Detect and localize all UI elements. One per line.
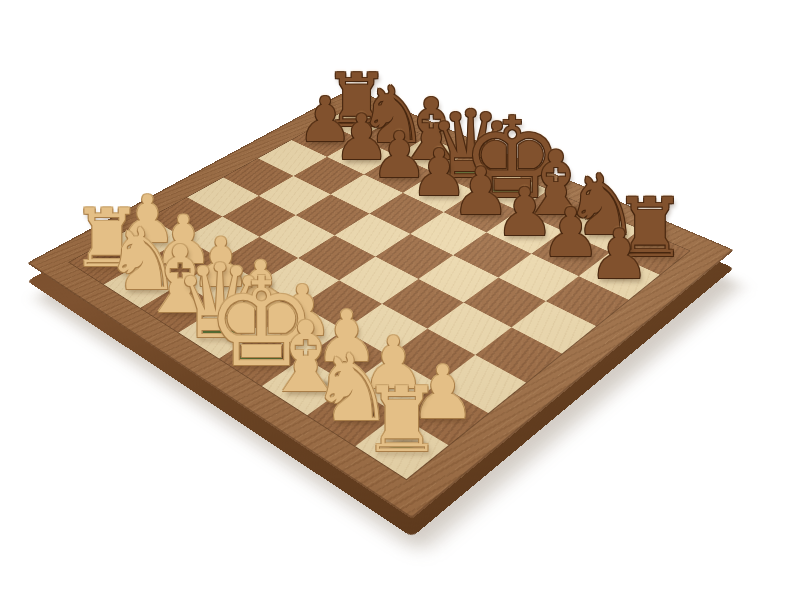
black-pawn-icon: ♟ bbox=[588, 221, 649, 289]
pieces-layer: ♜♞♝♛♚♝♞♜♟♟♟♟♟♟♟♟♟♟♟♟♟♟♟♟♜♞♝♛♚♝♞♜ bbox=[0, 0, 800, 600]
scene: ♜♞♝♛♚♝♞♜♟♟♟♟♟♟♟♟♟♟♟♟♟♟♟♟♜♞♝♛♚♝♞♜ bbox=[0, 0, 800, 600]
white-rook-icon: ♜ bbox=[361, 375, 442, 465]
